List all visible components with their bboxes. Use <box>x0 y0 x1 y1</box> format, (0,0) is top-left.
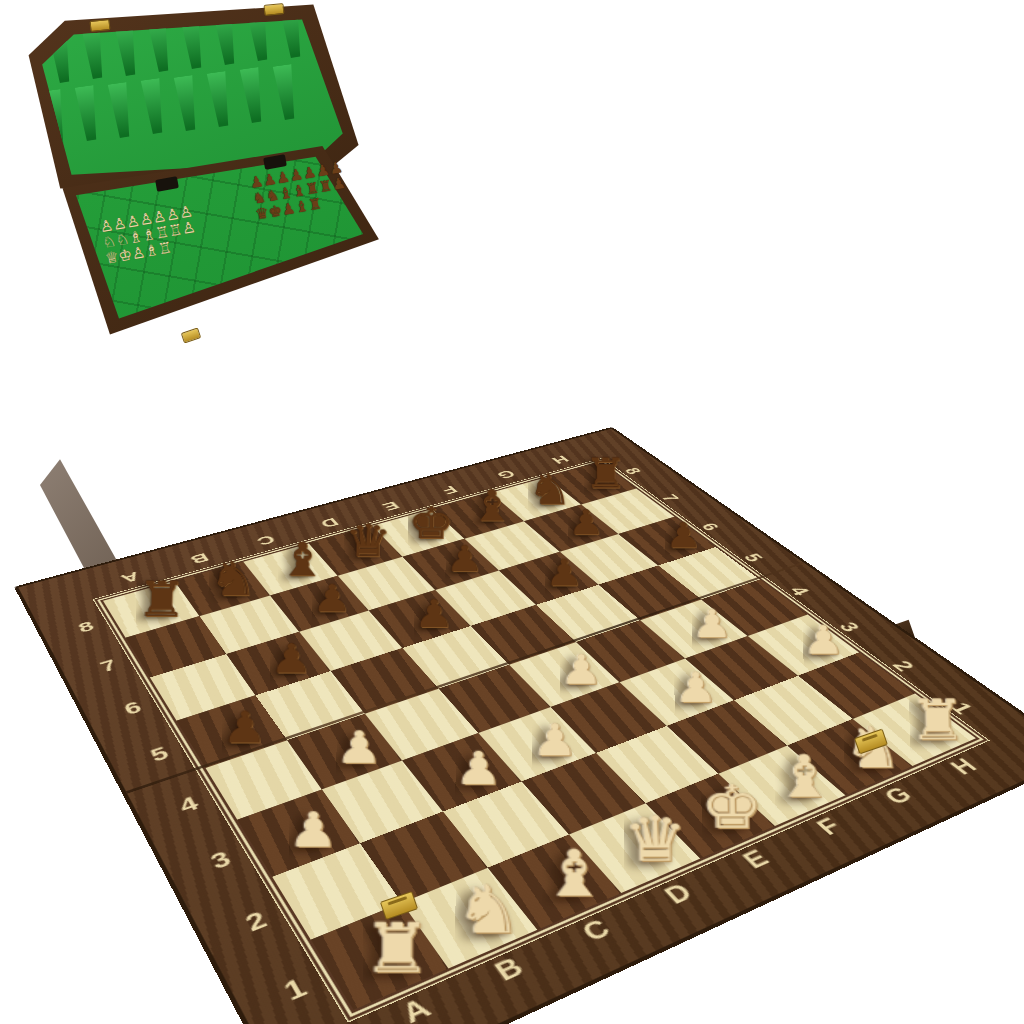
white-king-e1[interactable]: ♚ <box>701 776 763 836</box>
brown-pawn-d6[interactable]: ♟ <box>414 595 454 634</box>
lid-piece-slot <box>104 81 138 142</box>
lid-piece-slot <box>71 85 105 146</box>
brown-knight-b8[interactable]: ♞ <box>208 555 258 602</box>
white-pawn-c3[interactable]: ♟ <box>455 746 501 792</box>
lid-piece-slot <box>236 67 270 128</box>
box-clasp-icon <box>89 19 110 32</box>
white-pawn-f3[interactable]: ♟ <box>674 667 718 709</box>
white-rook-a1[interactable]: ♜ <box>363 913 433 982</box>
lid-piece-slot <box>203 70 237 131</box>
brown-queen-d8[interactable]: ♛ <box>344 518 391 563</box>
brown-pawn-c7[interactable]: ♟ <box>312 580 352 618</box>
brown-pawn-h6[interactable]: ♟ <box>665 518 702 553</box>
lid-piece-slot <box>137 78 171 139</box>
white-pawn-a3[interactable]: ♟ <box>289 806 339 854</box>
brown-knight-g8[interactable]: ♞ <box>528 468 572 510</box>
white-pawn-b4[interactable]: ♟ <box>336 725 382 770</box>
white-bishop-f1[interactable]: ♝ <box>774 747 835 806</box>
brown-bishop-c8[interactable]: ♝ <box>278 536 327 582</box>
lid-piece-slot <box>170 74 204 135</box>
white-pawn-d3[interactable]: ♟ <box>532 718 577 762</box>
box-clasp-icon <box>181 327 202 343</box>
white-knight-b1[interactable]: ♞ <box>455 876 522 942</box>
brown-pawn-e7[interactable]: ♟ <box>445 541 483 577</box>
square-c5[interactable] <box>331 648 439 714</box>
storage-box: ♙♙♙♙♙♙♙♘♘♗♗♖♖♙♕♔♙♗♖ ♟♟♟♟♟♟♟♞♞♝♝♜♜♟♛♚♟♝♜ <box>6 0 458 352</box>
white-pawn-g4[interactable]: ♟ <box>692 604 733 643</box>
brown-rook-a8[interactable]: ♜ <box>136 575 187 623</box>
chess-board[interactable]: 87654321 87654321 ABCDEFGH ABCDEFGH ♜♞♝♛… <box>14 427 1024 1024</box>
white-pawn-h3[interactable]: ♟ <box>803 620 845 660</box>
white-rook-h1[interactable]: ♜ <box>909 692 967 747</box>
board-frame: 87654321 87654321 ABCDEFGH ABCDEFGH ♜♞♝♛… <box>14 427 1024 1024</box>
brown-bishop-f8[interactable]: ♝ <box>469 484 514 527</box>
box-clasp-icon <box>263 3 284 16</box>
white-bishop-c1[interactable]: ♝ <box>542 841 607 905</box>
product-photo-scene: ♙♙♙♙♙♙♙♘♘♗♗♖♖♙♕♔♙♗♖ ♟♟♟♟♟♟♟♞♞♝♝♜♜♟♛♚♟♝♜ … <box>0 0 1024 1024</box>
brown-pawn-a5[interactable]: ♟ <box>222 706 268 750</box>
brown-pawn-g7[interactable]: ♟ <box>568 505 604 540</box>
white-pawn-e4[interactable]: ♟ <box>560 649 602 690</box>
lid-piece-slot <box>269 63 303 124</box>
white-queen-d1[interactable]: ♛ <box>624 808 688 870</box>
brown-pawn-b6[interactable]: ♟ <box>270 639 312 680</box>
brown-rook-h8[interactable]: ♜ <box>584 453 627 494</box>
brown-pawn-f6[interactable]: ♟ <box>545 555 583 592</box>
